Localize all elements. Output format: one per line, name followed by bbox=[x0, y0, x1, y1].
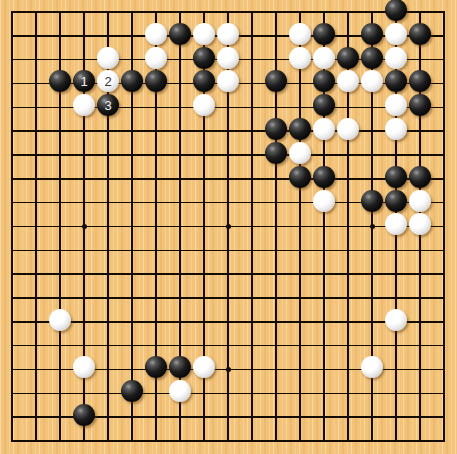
black-stone[interactable] bbox=[145, 70, 167, 92]
white-stone[interactable] bbox=[217, 70, 239, 92]
white-stone[interactable]: 2 bbox=[97, 70, 119, 92]
black-stone[interactable] bbox=[169, 23, 191, 45]
white-stone[interactable] bbox=[217, 23, 239, 45]
white-stone[interactable] bbox=[145, 47, 167, 69]
black-stone[interactable] bbox=[193, 47, 215, 69]
black-stone[interactable]: 3 bbox=[97, 94, 119, 116]
black-stone[interactable]: 1 bbox=[73, 70, 95, 92]
black-stone[interactable] bbox=[361, 190, 383, 212]
white-stone[interactable] bbox=[313, 47, 335, 69]
black-stone[interactable] bbox=[361, 47, 383, 69]
white-stone[interactable] bbox=[73, 356, 95, 378]
black-stone[interactable] bbox=[265, 70, 287, 92]
white-stone[interactable] bbox=[217, 47, 239, 69]
black-stone[interactable] bbox=[121, 70, 143, 92]
black-stone[interactable] bbox=[361, 23, 383, 45]
white-stone[interactable] bbox=[313, 118, 335, 140]
black-stone[interactable] bbox=[313, 94, 335, 116]
white-stone[interactable] bbox=[385, 309, 407, 331]
move-number-label: 2 bbox=[104, 75, 111, 88]
black-stone[interactable] bbox=[385, 190, 407, 212]
black-stone[interactable] bbox=[409, 94, 431, 116]
black-stone[interactable] bbox=[73, 404, 95, 426]
black-stone[interactable] bbox=[169, 356, 191, 378]
white-stone[interactable] bbox=[385, 118, 407, 140]
white-stone[interactable] bbox=[313, 190, 335, 212]
black-stone[interactable] bbox=[265, 142, 287, 164]
black-stone[interactable] bbox=[49, 70, 71, 92]
black-stone[interactable] bbox=[409, 23, 431, 45]
white-stone[interactable] bbox=[193, 356, 215, 378]
black-stone[interactable] bbox=[409, 70, 431, 92]
white-stone[interactable] bbox=[169, 380, 191, 402]
white-stone[interactable] bbox=[385, 47, 407, 69]
white-stone[interactable] bbox=[193, 94, 215, 116]
black-stone[interactable] bbox=[385, 166, 407, 188]
black-stone[interactable] bbox=[193, 70, 215, 92]
white-stone[interactable] bbox=[145, 23, 167, 45]
white-stone[interactable] bbox=[385, 23, 407, 45]
white-stone[interactable] bbox=[193, 23, 215, 45]
white-stone[interactable] bbox=[289, 23, 311, 45]
black-stone[interactable] bbox=[337, 47, 359, 69]
black-stone[interactable] bbox=[289, 118, 311, 140]
black-stone[interactable] bbox=[265, 118, 287, 140]
white-stone[interactable] bbox=[289, 47, 311, 69]
black-stone[interactable] bbox=[289, 166, 311, 188]
white-stone[interactable] bbox=[337, 70, 359, 92]
black-stone[interactable] bbox=[121, 380, 143, 402]
white-stone[interactable] bbox=[385, 94, 407, 116]
white-stone[interactable] bbox=[409, 213, 431, 235]
go-board[interactable]: 123 bbox=[0, 0, 457, 454]
black-stone[interactable] bbox=[313, 166, 335, 188]
stones-grid: 123 bbox=[0, 0, 456, 453]
white-stone[interactable] bbox=[361, 356, 383, 378]
white-stone[interactable] bbox=[361, 70, 383, 92]
white-stone[interactable] bbox=[97, 47, 119, 69]
move-number-label: 1 bbox=[80, 75, 87, 88]
white-stone[interactable] bbox=[289, 142, 311, 164]
black-stone[interactable] bbox=[385, 0, 407, 21]
white-stone[interactable] bbox=[49, 309, 71, 331]
white-stone[interactable] bbox=[337, 118, 359, 140]
black-stone[interactable] bbox=[145, 356, 167, 378]
black-stone[interactable] bbox=[313, 23, 335, 45]
black-stone[interactable] bbox=[385, 70, 407, 92]
white-stone[interactable] bbox=[409, 190, 431, 212]
white-stone[interactable] bbox=[385, 213, 407, 235]
white-stone[interactable] bbox=[73, 94, 95, 116]
black-stone[interactable] bbox=[409, 166, 431, 188]
black-stone[interactable] bbox=[313, 70, 335, 92]
move-number-label: 3 bbox=[104, 99, 111, 112]
